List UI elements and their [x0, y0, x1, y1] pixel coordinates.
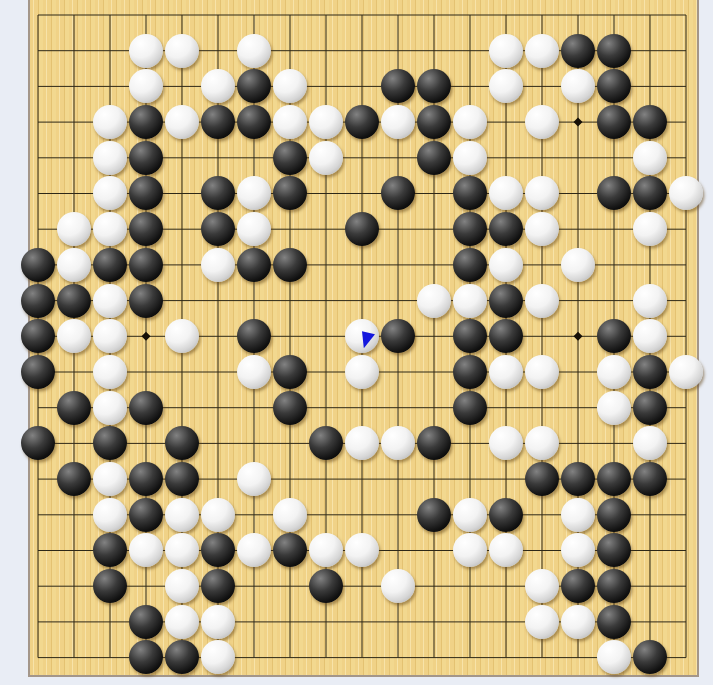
intersection-0-17[interactable]: [20, 604, 56, 640]
intersection-5-7[interactable]: [200, 247, 236, 283]
intersection-9-10[interactable]: [344, 354, 380, 390]
intersection-11-6[interactable]: [416, 211, 452, 247]
intersection-17-12[interactable]: [632, 425, 668, 461]
intersection-0-1[interactable]: [20, 33, 56, 69]
intersection-9-16[interactable]: [344, 568, 380, 604]
intersection-7-12[interactable]: [272, 425, 308, 461]
intersection-3-12[interactable]: [128, 425, 164, 461]
intersection-5-13[interactable]: [200, 461, 236, 497]
intersection-2-16[interactable]: [92, 568, 128, 604]
intersection-14-11[interactable]: [524, 390, 560, 426]
intersection-16-9[interactable]: [596, 318, 632, 354]
intersection-1-17[interactable]: [56, 604, 92, 640]
intersection-2-18[interactable]: [92, 640, 128, 676]
intersection-6-8[interactable]: [236, 283, 272, 319]
intersection-17-2[interactable]: [632, 69, 668, 105]
intersection-4-5[interactable]: [164, 176, 200, 212]
intersection-10-5[interactable]: [380, 176, 416, 212]
intersection-1-6[interactable]: [56, 211, 92, 247]
intersection-14-17[interactable]: [524, 604, 560, 640]
intersection-2-4[interactable]: [92, 140, 128, 176]
intersection-5-3[interactable]: [200, 104, 236, 140]
intersection-10-6[interactable]: [380, 211, 416, 247]
intersection-2-1[interactable]: [92, 33, 128, 69]
intersection-13-16[interactable]: [488, 568, 524, 604]
intersection-13-18[interactable]: [488, 640, 524, 676]
intersection-18-15[interactable]: [668, 532, 704, 568]
intersection-3-9[interactable]: [128, 318, 164, 354]
intersection-17-14[interactable]: [632, 497, 668, 533]
intersection-1-10[interactable]: [56, 354, 92, 390]
intersection-0-15[interactable]: [20, 532, 56, 568]
intersection-12-18[interactable]: [452, 640, 488, 676]
intersection-10-8[interactable]: [380, 283, 416, 319]
intersection-1-14[interactable]: [56, 497, 92, 533]
intersection-11-5[interactable]: [416, 176, 452, 212]
intersection-4-12[interactable]: [164, 425, 200, 461]
intersection-1-11[interactable]: [56, 390, 92, 426]
intersection-2-8[interactable]: [92, 283, 128, 319]
intersection-4-9[interactable]: [164, 318, 200, 354]
intersection-8-2[interactable]: [308, 69, 344, 105]
intersection-2-10[interactable]: [92, 354, 128, 390]
intersection-15-8[interactable]: [560, 283, 596, 319]
intersection-15-12[interactable]: [560, 425, 596, 461]
intersection-4-4[interactable]: [164, 140, 200, 176]
intersection-17-17[interactable]: [632, 604, 668, 640]
intersection-13-8[interactable]: [488, 283, 524, 319]
intersection-16-0[interactable]: [596, 0, 632, 33]
intersection-0-0[interactable]: [20, 0, 56, 33]
intersection-0-12[interactable]: [20, 425, 56, 461]
intersection-6-1[interactable]: [236, 33, 272, 69]
intersection-6-10[interactable]: [236, 354, 272, 390]
intersection-0-7[interactable]: [20, 247, 56, 283]
intersection-0-9[interactable]: [20, 318, 56, 354]
intersection-11-10[interactable]: [416, 354, 452, 390]
intersection-3-15[interactable]: [128, 532, 164, 568]
intersection-2-12[interactable]: [92, 425, 128, 461]
intersection-7-3[interactable]: [272, 104, 308, 140]
intersection-4-0[interactable]: [164, 0, 200, 33]
intersection-8-9[interactable]: [308, 318, 344, 354]
intersection-10-17[interactable]: [380, 604, 416, 640]
intersection-1-8[interactable]: [56, 283, 92, 319]
intersection-12-8[interactable]: [452, 283, 488, 319]
intersection-13-1[interactable]: [488, 33, 524, 69]
intersection-8-12[interactable]: [308, 425, 344, 461]
intersection-4-13[interactable]: [164, 461, 200, 497]
intersection-10-3[interactable]: [380, 104, 416, 140]
intersection-15-11[interactable]: [560, 390, 596, 426]
intersection-10-2[interactable]: [380, 69, 416, 105]
intersection-9-3[interactable]: [344, 104, 380, 140]
intersection-18-13[interactable]: [668, 461, 704, 497]
intersection-1-12[interactable]: [56, 425, 92, 461]
intersection-10-7[interactable]: [380, 247, 416, 283]
intersection-15-6[interactable]: [560, 211, 596, 247]
intersection-9-14[interactable]: [344, 497, 380, 533]
intersection-18-0[interactable]: [668, 0, 704, 33]
intersection-11-9[interactable]: [416, 318, 452, 354]
intersection-16-11[interactable]: [596, 390, 632, 426]
intersection-12-11[interactable]: [452, 390, 488, 426]
intersection-8-11[interactable]: [308, 390, 344, 426]
intersection-8-18[interactable]: [308, 640, 344, 676]
intersection-11-16[interactable]: [416, 568, 452, 604]
intersection-16-5[interactable]: [596, 176, 632, 212]
intersection-17-18[interactable]: [632, 640, 668, 676]
intersection-12-3[interactable]: [452, 104, 488, 140]
intersection-0-8[interactable]: [20, 283, 56, 319]
intersection-2-9[interactable]: [92, 318, 128, 354]
intersection-0-18[interactable]: [20, 640, 56, 676]
intersection-4-8[interactable]: [164, 283, 200, 319]
intersection-4-3[interactable]: [164, 104, 200, 140]
intersection-7-6[interactable]: [272, 211, 308, 247]
intersection-5-12[interactable]: [200, 425, 236, 461]
intersection-11-3[interactable]: [416, 104, 452, 140]
intersection-8-13[interactable]: [308, 461, 344, 497]
intersection-14-2[interactable]: [524, 69, 560, 105]
intersection-2-14[interactable]: [92, 497, 128, 533]
intersection-6-18[interactable]: [236, 640, 272, 676]
intersection-15-5[interactable]: [560, 176, 596, 212]
intersection-16-2[interactable]: [596, 69, 632, 105]
intersection-7-4[interactable]: [272, 140, 308, 176]
intersection-2-0[interactable]: [92, 0, 128, 33]
intersection-17-5[interactable]: [632, 176, 668, 212]
intersection-3-6[interactable]: [128, 211, 164, 247]
intersection-10-14[interactable]: [380, 497, 416, 533]
intersection-10-12[interactable]: [380, 425, 416, 461]
intersection-14-3[interactable]: [524, 104, 560, 140]
intersection-11-8[interactable]: [416, 283, 452, 319]
intersection-10-16[interactable]: [380, 568, 416, 604]
intersection-11-12[interactable]: [416, 425, 452, 461]
intersection-5-15[interactable]: [200, 532, 236, 568]
intersection-10-4[interactable]: [380, 140, 416, 176]
intersection-18-16[interactable]: [668, 568, 704, 604]
intersection-15-15[interactable]: [560, 532, 596, 568]
intersection-12-9[interactable]: [452, 318, 488, 354]
intersection-14-18[interactable]: [524, 640, 560, 676]
intersection-3-7[interactable]: [128, 247, 164, 283]
intersection-6-14[interactable]: [236, 497, 272, 533]
intersection-2-5[interactable]: [92, 176, 128, 212]
intersection-1-0[interactable]: [56, 0, 92, 33]
intersection-9-13[interactable]: [344, 461, 380, 497]
intersection-0-13[interactable]: [20, 461, 56, 497]
intersection-18-1[interactable]: [668, 33, 704, 69]
intersection-14-13[interactable]: [524, 461, 560, 497]
intersection-3-3[interactable]: [128, 104, 164, 140]
intersection-13-7[interactable]: [488, 247, 524, 283]
intersection-14-5[interactable]: [524, 176, 560, 212]
intersection-0-4[interactable]: [20, 140, 56, 176]
intersection-8-10[interactable]: [308, 354, 344, 390]
intersection-5-2[interactable]: [200, 69, 236, 105]
intersection-6-9[interactable]: [236, 318, 272, 354]
intersection-1-7[interactable]: [56, 247, 92, 283]
intersection-4-10[interactable]: [164, 354, 200, 390]
intersection-15-16[interactable]: [560, 568, 596, 604]
intersection-5-18[interactable]: [200, 640, 236, 676]
intersection-5-1[interactable]: [200, 33, 236, 69]
intersection-11-7[interactable]: [416, 247, 452, 283]
intersection-17-4[interactable]: [632, 140, 668, 176]
intersection-17-13[interactable]: [632, 461, 668, 497]
intersection-10-9[interactable]: [380, 318, 416, 354]
intersection-5-14[interactable]: [200, 497, 236, 533]
intersection-14-0[interactable]: [524, 0, 560, 33]
intersection-14-14[interactable]: [524, 497, 560, 533]
intersection-6-0[interactable]: [236, 0, 272, 33]
intersection-13-17[interactable]: [488, 604, 524, 640]
intersection-13-11[interactable]: [488, 390, 524, 426]
intersection-6-12[interactable]: [236, 425, 272, 461]
intersection-10-11[interactable]: [380, 390, 416, 426]
intersection-15-14[interactable]: [560, 497, 596, 533]
intersection-16-4[interactable]: [596, 140, 632, 176]
intersection-12-10[interactable]: [452, 354, 488, 390]
intersection-6-17[interactable]: [236, 604, 272, 640]
intersection-7-11[interactable]: [272, 390, 308, 426]
intersection-14-8[interactable]: [524, 283, 560, 319]
intersection-6-16[interactable]: [236, 568, 272, 604]
intersection-9-8[interactable]: [344, 283, 380, 319]
intersection-11-11[interactable]: [416, 390, 452, 426]
intersection-15-2[interactable]: [560, 69, 596, 105]
intersection-8-8[interactable]: [308, 283, 344, 319]
intersection-15-10[interactable]: [560, 354, 596, 390]
intersection-18-8[interactable]: [668, 283, 704, 319]
intersection-6-6[interactable]: [236, 211, 272, 247]
intersection-10-13[interactable]: [380, 461, 416, 497]
intersection-14-9[interactable]: [524, 318, 560, 354]
intersection-2-13[interactable]: [92, 461, 128, 497]
intersection-17-1[interactable]: [632, 33, 668, 69]
intersection-0-3[interactable]: [20, 104, 56, 140]
intersection-16-10[interactable]: [596, 354, 632, 390]
intersection-13-15[interactable]: [488, 532, 524, 568]
intersection-0-11[interactable]: [20, 390, 56, 426]
intersection-11-4[interactable]: [416, 140, 452, 176]
intersection-13-4[interactable]: [488, 140, 524, 176]
intersection-8-7[interactable]: [308, 247, 344, 283]
intersection-4-18[interactable]: [164, 640, 200, 676]
intersection-16-12[interactable]: [596, 425, 632, 461]
intersection-15-1[interactable]: [560, 33, 596, 69]
intersection-5-10[interactable]: [200, 354, 236, 390]
intersection-7-15[interactable]: [272, 532, 308, 568]
intersection-17-9[interactable]: [632, 318, 668, 354]
intersection-9-2[interactable]: [344, 69, 380, 105]
intersection-10-1[interactable]: [380, 33, 416, 69]
intersection-1-15[interactable]: [56, 532, 92, 568]
intersection-3-13[interactable]: [128, 461, 164, 497]
intersection-13-2[interactable]: [488, 69, 524, 105]
intersection-12-6[interactable]: [452, 211, 488, 247]
intersection-9-9[interactable]: [344, 318, 380, 354]
intersection-13-6[interactable]: [488, 211, 524, 247]
intersection-7-14[interactable]: [272, 497, 308, 533]
intersection-12-15[interactable]: [452, 532, 488, 568]
intersection-11-13[interactable]: [416, 461, 452, 497]
intersection-13-13[interactable]: [488, 461, 524, 497]
intersection-6-3[interactable]: [236, 104, 272, 140]
intersection-18-9[interactable]: [668, 318, 704, 354]
intersection-6-11[interactable]: [236, 390, 272, 426]
intersection-15-18[interactable]: [560, 640, 596, 676]
intersection-10-10[interactable]: [380, 354, 416, 390]
intersection-5-17[interactable]: [200, 604, 236, 640]
intersection-11-0[interactable]: [416, 0, 452, 33]
intersection-14-4[interactable]: [524, 140, 560, 176]
intersection-1-16[interactable]: [56, 568, 92, 604]
intersection-15-17[interactable]: [560, 604, 596, 640]
intersection-6-2[interactable]: [236, 69, 272, 105]
intersection-13-14[interactable]: [488, 497, 524, 533]
intersection-4-15[interactable]: [164, 532, 200, 568]
intersection-14-12[interactable]: [524, 425, 560, 461]
intersection-3-8[interactable]: [128, 283, 164, 319]
intersection-17-15[interactable]: [632, 532, 668, 568]
intersection-17-16[interactable]: [632, 568, 668, 604]
intersection-16-13[interactable]: [596, 461, 632, 497]
intersection-9-6[interactable]: [344, 211, 380, 247]
intersection-13-10[interactable]: [488, 354, 524, 390]
intersection-15-4[interactable]: [560, 140, 596, 176]
intersection-8-15[interactable]: [308, 532, 344, 568]
intersection-7-5[interactable]: [272, 176, 308, 212]
intersection-1-5[interactable]: [56, 176, 92, 212]
intersection-8-14[interactable]: [308, 497, 344, 533]
intersection-4-11[interactable]: [164, 390, 200, 426]
intersection-6-7[interactable]: [236, 247, 272, 283]
intersection-7-16[interactable]: [272, 568, 308, 604]
intersection-1-13[interactable]: [56, 461, 92, 497]
intersection-18-7[interactable]: [668, 247, 704, 283]
intersection-14-6[interactable]: [524, 211, 560, 247]
intersection-1-1[interactable]: [56, 33, 92, 69]
intersection-7-17[interactable]: [272, 604, 308, 640]
intersection-6-13[interactable]: [236, 461, 272, 497]
intersection-16-3[interactable]: [596, 104, 632, 140]
intersection-12-16[interactable]: [452, 568, 488, 604]
intersection-7-1[interactable]: [272, 33, 308, 69]
intersection-18-3[interactable]: [668, 104, 704, 140]
intersection-9-11[interactable]: [344, 390, 380, 426]
intersection-8-1[interactable]: [308, 33, 344, 69]
intersection-13-9[interactable]: [488, 318, 524, 354]
intersection-1-9[interactable]: [56, 318, 92, 354]
intersection-3-18[interactable]: [128, 640, 164, 676]
intersection-9-18[interactable]: [344, 640, 380, 676]
intersection-3-1[interactable]: [128, 33, 164, 69]
intersection-8-3[interactable]: [308, 104, 344, 140]
intersection-14-15[interactable]: [524, 532, 560, 568]
intersection-1-3[interactable]: [56, 104, 92, 140]
intersection-2-17[interactable]: [92, 604, 128, 640]
intersection-11-15[interactable]: [416, 532, 452, 568]
intersection-0-14[interactable]: [20, 497, 56, 533]
intersection-6-15[interactable]: [236, 532, 272, 568]
intersection-17-11[interactable]: [632, 390, 668, 426]
intersection-4-6[interactable]: [164, 211, 200, 247]
intersection-8-6[interactable]: [308, 211, 344, 247]
intersection-15-7[interactable]: [560, 247, 596, 283]
intersection-9-0[interactable]: [344, 0, 380, 33]
intersection-2-2[interactable]: [92, 69, 128, 105]
intersection-17-10[interactable]: [632, 354, 668, 390]
intersection-3-4[interactable]: [128, 140, 164, 176]
intersection-16-1[interactable]: [596, 33, 632, 69]
intersection-5-5[interactable]: [200, 176, 236, 212]
intersection-3-17[interactable]: [128, 604, 164, 640]
intersection-17-0[interactable]: [632, 0, 668, 33]
intersection-7-9[interactable]: [272, 318, 308, 354]
intersection-0-10[interactable]: [20, 354, 56, 390]
intersection-8-0[interactable]: [308, 0, 344, 33]
intersection-17-6[interactable]: [632, 211, 668, 247]
intersection-10-0[interactable]: [380, 0, 416, 33]
intersection-3-11[interactable]: [128, 390, 164, 426]
intersection-15-13[interactable]: [560, 461, 596, 497]
intersection-0-5[interactable]: [20, 176, 56, 212]
intersection-9-17[interactable]: [344, 604, 380, 640]
intersection-16-7[interactable]: [596, 247, 632, 283]
intersection-2-6[interactable]: [92, 211, 128, 247]
intersection-16-8[interactable]: [596, 283, 632, 319]
intersection-18-17[interactable]: [668, 604, 704, 640]
intersection-7-7[interactable]: [272, 247, 308, 283]
intersection-8-16[interactable]: [308, 568, 344, 604]
intersection-2-15[interactable]: [92, 532, 128, 568]
intersection-7-10[interactable]: [272, 354, 308, 390]
intersection-8-4[interactable]: [308, 140, 344, 176]
intersection-12-12[interactable]: [452, 425, 488, 461]
intersection-18-4[interactable]: [668, 140, 704, 176]
intersection-2-11[interactable]: [92, 390, 128, 426]
intersection-4-7[interactable]: [164, 247, 200, 283]
intersection-3-10[interactable]: [128, 354, 164, 390]
intersection-17-8[interactable]: [632, 283, 668, 319]
intersection-14-7[interactable]: [524, 247, 560, 283]
intersection-0-6[interactable]: [20, 211, 56, 247]
intersection-18-18[interactable]: [668, 640, 704, 676]
intersection-14-16[interactable]: [524, 568, 560, 604]
intersection-4-16[interactable]: [164, 568, 200, 604]
intersection-9-7[interactable]: [344, 247, 380, 283]
intersection-3-2[interactable]: [128, 69, 164, 105]
intersection-6-5[interactable]: [236, 176, 272, 212]
intersection-13-12[interactable]: [488, 425, 524, 461]
intersection-9-4[interactable]: [344, 140, 380, 176]
intersection-18-12[interactable]: [668, 425, 704, 461]
intersection-4-17[interactable]: [164, 604, 200, 640]
intersection-15-3[interactable]: [560, 104, 596, 140]
intersection-18-10[interactable]: [668, 354, 704, 390]
intersection-7-13[interactable]: [272, 461, 308, 497]
intersection-5-6[interactable]: [200, 211, 236, 247]
intersection-18-11[interactable]: [668, 390, 704, 426]
intersection-12-17[interactable]: [452, 604, 488, 640]
intersection-7-18[interactable]: [272, 640, 308, 676]
intersection-17-7[interactable]: [632, 247, 668, 283]
intersection-9-1[interactable]: [344, 33, 380, 69]
intersection-5-8[interactable]: [200, 283, 236, 319]
